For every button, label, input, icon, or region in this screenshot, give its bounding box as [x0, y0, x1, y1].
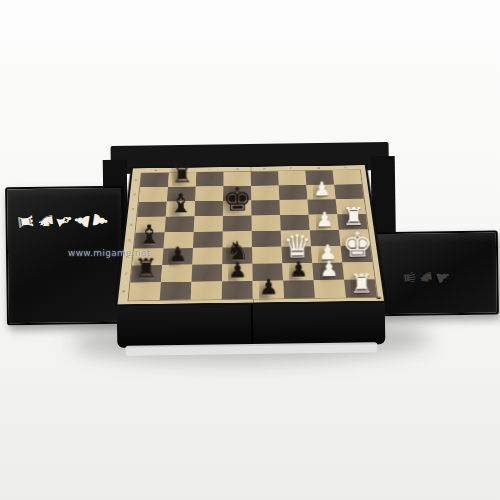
- white-rook-h1: ♜: [349, 270, 373, 297]
- board-square: [160, 282, 192, 300]
- file-label: h: [344, 166, 347, 168]
- board-square: ♟: [306, 185, 335, 200]
- board-square: [192, 248, 222, 265]
- board-square: ♜: [344, 279, 377, 297]
- board-square: [196, 172, 224, 187]
- board-square: ♟: [312, 263, 344, 281]
- rank-label: 7: [124, 273, 128, 276]
- file-label: f: [290, 167, 292, 169]
- captured-black-pieces: ♛♞♟: [400, 257, 491, 298]
- file-label: e: [263, 168, 266, 170]
- black-rook-a7: ♜: [171, 162, 193, 186]
- captured-white-pawn: ♟: [90, 210, 111, 230]
- rank-label: 8: [122, 290, 126, 293]
- board-square: ♝: [166, 201, 195, 216]
- board-square: [251, 185, 279, 200]
- file-label: b: [181, 169, 184, 171]
- board-square: [251, 215, 280, 231]
- rank-label: 3: [131, 208, 134, 211]
- photo-watermark: www.migame.net: [68, 248, 151, 258]
- file-label: g: [317, 167, 320, 169]
- right-drawer-captured-black: ♛♞♟: [372, 231, 499, 317]
- black-rook-g8: ♜: [134, 255, 158, 282]
- black-pawn-g3: ♟: [289, 259, 308, 280]
- board-square: [193, 231, 223, 248]
- rank-label: 5: [128, 239, 132, 242]
- board-square: [140, 173, 169, 188]
- black-bishop-c7: ♝: [168, 190, 191, 216]
- rank-label: 2: [133, 193, 136, 196]
- black-pawn-h4: ♟: [258, 276, 277, 298]
- chess-set-photo: ♜♞♝♟♟ ♛♞♟ ♜♟♝♚♟♜♝♟♞♛♟♚♜♟♟♟♟♜ 12345678abc…: [0, 0, 500, 500]
- board-square: [283, 280, 315, 298]
- white-pawn-d2: ♟: [315, 209, 333, 229]
- board-square: ♚: [341, 246, 373, 263]
- board-square: ♟: [222, 264, 253, 282]
- board-square: [139, 187, 168, 202]
- board-square: [129, 282, 161, 300]
- white-king-f1: ♚: [341, 227, 372, 262]
- board-square: [278, 171, 306, 186]
- white-pawn-g2: ♟: [319, 258, 338, 279]
- white-pawn-b2: ♟: [313, 179, 331, 199]
- chess-board: ♜♟♝♚♟♜♝♟♞♛♟♚♜♟♟♟♟♜ 12345678abcdefgh ▣: [115, 164, 386, 305]
- board-square: ♜: [168, 172, 196, 187]
- board-logo: ▣: [376, 296, 382, 300]
- board-square: [192, 264, 223, 282]
- captured-black-pawn: ♟: [432, 267, 452, 286]
- board-square: ♟: [253, 281, 284, 299]
- black-pawn-g5: ♟: [228, 259, 247, 280]
- board-square: [279, 200, 308, 215]
- captured-white-pieces: ♜♞♝♟♟: [15, 192, 116, 249]
- rank-label: 1: [134, 179, 137, 181]
- board-square: [251, 200, 280, 215]
- black-bishop-e8: ♝: [137, 221, 161, 248]
- board-square: [137, 202, 167, 218]
- board-square: [252, 247, 282, 264]
- board-square: [334, 184, 364, 199]
- file-label: c: [209, 168, 212, 170]
- board-square: [223, 215, 252, 231]
- file-label: d: [236, 168, 239, 170]
- board-square: [191, 281, 222, 299]
- board-square: [222, 281, 253, 299]
- board-square: [195, 186, 223, 201]
- rank-label: 4: [129, 224, 132, 227]
- black-king-c5: ♚: [222, 182, 252, 215]
- board-square: ♟: [309, 214, 339, 230]
- board-square: [165, 216, 195, 232]
- board-squares: ♜♟♝♚♟♜♝♟♞♛♟♚♜♟♟♟♟♜: [129, 170, 377, 300]
- board-square: [252, 231, 282, 247]
- file-label: a: [154, 169, 157, 171]
- chess-board-3d: ♜♟♝♚♟♜♝♟♞♛♟♚♜♟♟♟♟♜ 12345678abcdefgh ▣: [115, 164, 386, 305]
- board-square: ♟: [282, 263, 313, 281]
- board-square: [333, 170, 362, 185]
- board-square: [314, 280, 346, 298]
- board-square: ♜: [130, 265, 162, 283]
- board-square: [251, 171, 279, 186]
- board-square: [279, 185, 308, 200]
- board-square: [194, 216, 223, 232]
- board-square: ♟: [162, 248, 193, 265]
- black-pawn-f7: ♟: [168, 243, 187, 264]
- board-square: ♚: [223, 200, 252, 215]
- captured-black-queen: ♛: [400, 270, 418, 286]
- board-square: [194, 201, 223, 216]
- board-square: [161, 265, 192, 283]
- board-square: ♝: [134, 232, 165, 249]
- captured-white-rook: ♜: [15, 212, 36, 231]
